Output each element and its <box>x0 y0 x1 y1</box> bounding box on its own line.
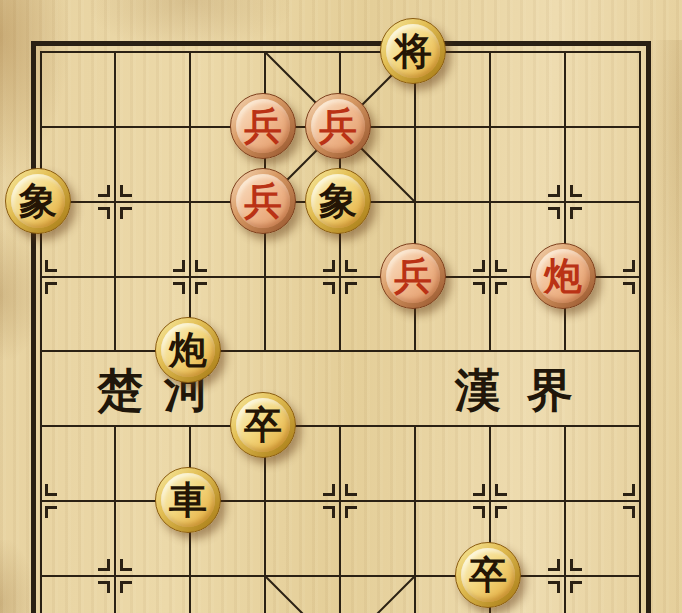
grid-line-file-4-bottom <box>339 426 341 613</box>
piece-glyph: 兵 <box>244 182 282 220</box>
wood-grain-patch <box>652 40 682 340</box>
point-marker <box>98 207 110 219</box>
piece-glyph: 将 <box>394 32 432 70</box>
piece-red-soldier-4[interactable]: 兵 <box>380 243 446 309</box>
point-marker <box>45 506 57 518</box>
point-marker <box>120 185 132 197</box>
point-marker <box>623 260 635 272</box>
point-marker <box>495 484 507 496</box>
grid-line-rank-6 <box>41 500 641 502</box>
piece-black-general[interactable]: 将 <box>380 18 446 84</box>
river-char: 界 <box>527 360 573 422</box>
piece-face: 兵 <box>236 174 290 228</box>
piece-face: 炮 <box>536 249 590 303</box>
piece-face: 兵 <box>236 99 290 153</box>
point-marker <box>323 484 335 496</box>
point-marker <box>345 506 357 518</box>
piece-face: 車 <box>161 473 215 527</box>
piece-glyph: 車 <box>169 481 207 519</box>
piece-glyph: 卒 <box>469 556 507 594</box>
piece-black-cannon[interactable]: 炮 <box>155 317 221 383</box>
piece-red-cannon[interactable]: 炮 <box>530 243 596 309</box>
grid-line-file-2-top <box>189 52 191 351</box>
piece-glyph: 炮 <box>544 257 582 295</box>
point-marker <box>120 559 132 571</box>
point-marker <box>623 484 635 496</box>
point-marker <box>570 207 582 219</box>
grid-line-rank-7 <box>41 575 641 577</box>
point-marker <box>323 260 335 272</box>
piece-black-soldier-1[interactable]: 卒 <box>230 392 296 458</box>
river-label-right: 漢 界 <box>455 360 573 422</box>
point-marker <box>570 581 582 593</box>
piece-face: 炮 <box>161 323 215 377</box>
piece-glyph: 卒 <box>244 406 282 444</box>
point-marker <box>548 185 560 197</box>
point-marker <box>195 282 207 294</box>
point-marker <box>495 506 507 518</box>
point-marker <box>623 506 635 518</box>
grid-line-file-5-bottom <box>414 426 416 613</box>
grid-line-rank-4 <box>41 350 641 352</box>
piece-glyph: 炮 <box>169 331 207 369</box>
piece-face: 象 <box>311 174 365 228</box>
grid-line-file-1-bottom <box>114 426 116 613</box>
point-marker <box>98 185 110 197</box>
piece-glyph: 象 <box>319 182 357 220</box>
point-marker <box>98 559 110 571</box>
piece-face: 卒 <box>236 398 290 452</box>
point-marker <box>120 581 132 593</box>
point-marker <box>570 559 582 571</box>
piece-red-soldier-2[interactable]: 兵 <box>305 93 371 159</box>
point-marker <box>473 282 485 294</box>
piece-glyph: 兵 <box>319 107 357 145</box>
point-marker <box>45 260 57 272</box>
piece-face: 卒 <box>461 548 515 602</box>
piece-face: 兵 <box>386 249 440 303</box>
wood-grain-patch <box>0 540 34 613</box>
point-marker <box>548 559 560 571</box>
point-marker <box>195 260 207 272</box>
point-marker <box>495 260 507 272</box>
piece-black-elephant-1[interactable]: 象 <box>305 168 371 234</box>
point-marker <box>570 185 582 197</box>
grid-line-file-6-top <box>489 52 491 351</box>
point-marker <box>45 282 57 294</box>
xiangqi-board: 楚 河 漢 界 将兵兵兵象象兵炮炮卒車卒 <box>0 0 682 613</box>
point-marker <box>345 484 357 496</box>
piece-red-soldier-3[interactable]: 兵 <box>230 168 296 234</box>
point-marker <box>473 484 485 496</box>
grid-line-file-1-top <box>114 52 116 351</box>
piece-face: 将 <box>386 24 440 78</box>
river-char: 漢 <box>455 360 501 422</box>
piece-face: 象 <box>11 174 65 228</box>
grid-line-rank-0 <box>41 51 641 53</box>
piece-black-elephant-2[interactable]: 象 <box>5 168 71 234</box>
point-marker <box>495 282 507 294</box>
point-marker <box>173 282 185 294</box>
piece-black-soldier-2[interactable]: 卒 <box>455 542 521 608</box>
point-marker <box>473 506 485 518</box>
point-marker <box>323 506 335 518</box>
point-marker <box>120 207 132 219</box>
point-marker <box>345 282 357 294</box>
point-marker <box>45 484 57 496</box>
point-marker <box>473 260 485 272</box>
piece-glyph: 兵 <box>244 107 282 145</box>
grid-line-rank-5 <box>41 425 641 427</box>
point-marker <box>173 260 185 272</box>
point-marker <box>98 581 110 593</box>
piece-glyph: 兵 <box>394 257 432 295</box>
piece-face: 兵 <box>311 99 365 153</box>
piece-glyph: 象 <box>19 182 57 220</box>
piece-red-soldier-1[interactable]: 兵 <box>230 93 296 159</box>
grid-line-file-7-bottom <box>564 426 566 613</box>
point-marker <box>548 581 560 593</box>
point-marker <box>323 282 335 294</box>
point-marker <box>623 282 635 294</box>
river-char: 楚 <box>97 360 143 422</box>
piece-black-chariot[interactable]: 車 <box>155 467 221 533</box>
point-marker <box>548 207 560 219</box>
point-marker <box>345 260 357 272</box>
